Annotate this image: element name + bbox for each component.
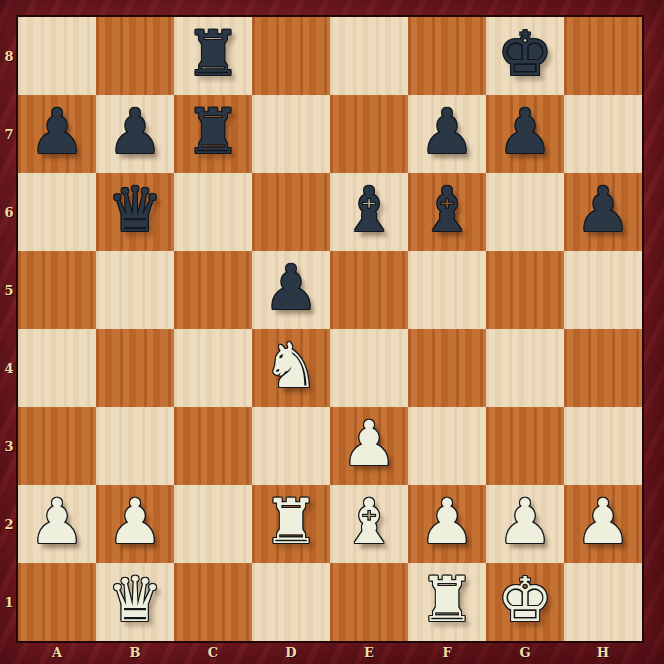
square-d4[interactable]: ♞: [252, 329, 330, 407]
square-a7[interactable]: ♟: [18, 95, 96, 173]
piece-black-bishop-f6[interactable]: ♝: [419, 173, 475, 249]
square-a3[interactable]: [18, 407, 96, 485]
file-label-a: A: [18, 641, 96, 664]
piece-black-pawn-g7[interactable]: ♟: [497, 95, 553, 171]
square-d5[interactable]: ♟: [252, 251, 330, 329]
file-label-g: G: [486, 641, 564, 664]
square-f1[interactable]: ♜: [408, 563, 486, 641]
square-g8[interactable]: ♚: [486, 17, 564, 95]
square-d8[interactable]: [252, 17, 330, 95]
square-g6[interactable]: [486, 173, 564, 251]
square-f6[interactable]: ♝: [408, 173, 486, 251]
piece-white-knight-d4[interactable]: ♞: [263, 329, 319, 405]
square-c5[interactable]: [174, 251, 252, 329]
piece-black-rook-c8[interactable]: ♜: [185, 17, 241, 93]
piece-black-pawn-f7[interactable]: ♟: [419, 95, 475, 171]
piece-black-queen-b6[interactable]: ♛: [107, 173, 163, 249]
square-e2[interactable]: ♝: [330, 485, 408, 563]
rank-label-5: 5: [0, 251, 18, 329]
square-c2[interactable]: [174, 485, 252, 563]
square-f3[interactable]: [408, 407, 486, 485]
square-f5[interactable]: [408, 251, 486, 329]
square-a6[interactable]: [18, 173, 96, 251]
piece-white-rook-f1[interactable]: ♜: [419, 563, 475, 639]
square-h3[interactable]: [564, 407, 642, 485]
square-d7[interactable]: [252, 95, 330, 173]
square-c4[interactable]: [174, 329, 252, 407]
square-b4[interactable]: [96, 329, 174, 407]
file-label-h: H: [564, 641, 642, 664]
square-a1[interactable]: [18, 563, 96, 641]
square-h6[interactable]: ♟: [564, 173, 642, 251]
piece-black-pawn-d5[interactable]: ♟: [263, 251, 319, 327]
rank-label-7: 7: [0, 95, 18, 173]
piece-white-pawn-a2[interactable]: ♟: [29, 485, 85, 561]
piece-white-pawn-b2[interactable]: ♟: [107, 485, 163, 561]
piece-white-rook-d2[interactable]: ♜: [263, 485, 319, 561]
square-e1[interactable]: [330, 563, 408, 641]
file-labels: ABCDEFGH: [18, 641, 642, 664]
square-h7[interactable]: [564, 95, 642, 173]
square-h4[interactable]: [564, 329, 642, 407]
square-d6[interactable]: [252, 173, 330, 251]
square-a4[interactable]: [18, 329, 96, 407]
square-d3[interactable]: [252, 407, 330, 485]
square-b8[interactable]: [96, 17, 174, 95]
piece-black-pawn-h6[interactable]: ♟: [575, 173, 631, 249]
square-h1[interactable]: [564, 563, 642, 641]
square-b6[interactable]: ♛: [96, 173, 174, 251]
rank-label-4: 4: [0, 329, 18, 407]
piece-black-rook-c7[interactable]: ♜: [185, 95, 241, 171]
square-b7[interactable]: ♟: [96, 95, 174, 173]
square-g2[interactable]: ♟: [486, 485, 564, 563]
square-h2[interactable]: ♟: [564, 485, 642, 563]
file-label-e: E: [330, 641, 408, 664]
square-e8[interactable]: [330, 17, 408, 95]
file-label-b: B: [96, 641, 174, 664]
square-c8[interactable]: ♜: [174, 17, 252, 95]
rank-label-3: 3: [0, 407, 18, 485]
piece-white-pawn-h2[interactable]: ♟: [575, 485, 631, 561]
square-f4[interactable]: [408, 329, 486, 407]
rank-labels: 87654321: [0, 17, 18, 641]
square-g4[interactable]: [486, 329, 564, 407]
square-c6[interactable]: [174, 173, 252, 251]
square-e4[interactable]: [330, 329, 408, 407]
square-f2[interactable]: ♟: [408, 485, 486, 563]
chess-diagram: 87654321 ABCDEFGH ♜♚♟♟♜♟♟♛♝♝♟♟♞♟♟♟♜♝♟♟♟♛…: [0, 0, 664, 664]
square-e3[interactable]: ♟: [330, 407, 408, 485]
piece-black-king-g8[interactable]: ♚: [497, 17, 553, 93]
square-b1[interactable]: ♛: [96, 563, 174, 641]
square-c1[interactable]: [174, 563, 252, 641]
square-a8[interactable]: [18, 17, 96, 95]
square-g3[interactable]: [486, 407, 564, 485]
square-e7[interactable]: [330, 95, 408, 173]
square-d2[interactable]: ♜: [252, 485, 330, 563]
square-h5[interactable]: [564, 251, 642, 329]
file-label-f: F: [408, 641, 486, 664]
square-a5[interactable]: [18, 251, 96, 329]
square-b5[interactable]: [96, 251, 174, 329]
square-a2[interactable]: ♟: [18, 485, 96, 563]
piece-white-queen-b1[interactable]: ♛: [107, 563, 163, 639]
rank-label-2: 2: [0, 485, 18, 563]
piece-black-bishop-e6[interactable]: ♝: [341, 173, 397, 249]
piece-black-pawn-a7[interactable]: ♟: [29, 95, 85, 171]
square-h8[interactable]: [564, 17, 642, 95]
piece-white-pawn-g2[interactable]: ♟: [497, 485, 553, 561]
square-b3[interactable]: [96, 407, 174, 485]
rank-label-1: 1: [0, 563, 18, 641]
square-e6[interactable]: ♝: [330, 173, 408, 251]
chess-board: ♜♚♟♟♜♟♟♛♝♝♟♟♞♟♟♟♜♝♟♟♟♛♜♚: [18, 17, 642, 641]
square-g1[interactable]: ♚: [486, 563, 564, 641]
square-c7[interactable]: ♜: [174, 95, 252, 173]
piece-white-pawn-f2[interactable]: ♟: [419, 485, 475, 561]
square-f8[interactable]: [408, 17, 486, 95]
piece-white-bishop-e2[interactable]: ♝: [341, 485, 397, 561]
square-c3[interactable]: [174, 407, 252, 485]
file-label-d: D: [252, 641, 330, 664]
file-label-c: C: [174, 641, 252, 664]
square-b2[interactable]: ♟: [96, 485, 174, 563]
square-f7[interactable]: ♟: [408, 95, 486, 173]
square-d1[interactable]: [252, 563, 330, 641]
rank-label-6: 6: [0, 173, 18, 251]
piece-white-pawn-e3[interactable]: ♟: [341, 407, 397, 483]
rank-label-8: 8: [0, 17, 18, 95]
piece-white-king-g1[interactable]: ♚: [497, 563, 553, 639]
square-g7[interactable]: ♟: [486, 95, 564, 173]
piece-black-pawn-b7[interactable]: ♟: [107, 95, 163, 171]
square-g5[interactable]: [486, 251, 564, 329]
square-e5[interactable]: [330, 251, 408, 329]
